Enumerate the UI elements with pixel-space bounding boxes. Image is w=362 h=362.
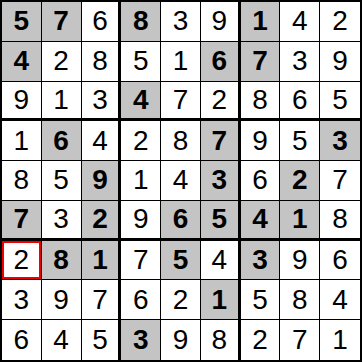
cell-r2c2[interactable]: 2 bbox=[42, 42, 82, 82]
cell-r6c9[interactable]: 8 bbox=[320, 201, 360, 241]
cell-r6c3[interactable]: 2 bbox=[82, 201, 122, 241]
cell-r6c1[interactable]: 7 bbox=[2, 201, 42, 241]
cell-r9c7[interactable]: 2 bbox=[241, 320, 281, 360]
cell-r2c3[interactable]: 8 bbox=[82, 42, 122, 82]
cell-r2c5[interactable]: 1 bbox=[161, 42, 201, 82]
cell-r4c4[interactable]: 2 bbox=[121, 121, 161, 161]
cell-r1c7[interactable]: 1 bbox=[241, 2, 281, 42]
cell-r8c1[interactable]: 3 bbox=[2, 280, 42, 320]
cell-r5c2[interactable]: 5 bbox=[42, 161, 82, 201]
cell-r6c7[interactable]: 4 bbox=[241, 201, 281, 241]
cell-r3c8[interactable]: 6 bbox=[280, 82, 320, 122]
cell-r3c1[interactable]: 9 bbox=[2, 82, 42, 122]
cell-r1c3[interactable]: 6 bbox=[82, 2, 122, 42]
cell-r5c3[interactable]: 9 bbox=[82, 161, 122, 201]
cell-r8c3[interactable]: 7 bbox=[82, 280, 122, 320]
cell-r1c6[interactable]: 9 bbox=[201, 2, 241, 42]
cell-r2c4[interactable]: 5 bbox=[121, 42, 161, 82]
cell-r4c6[interactable]: 7 bbox=[201, 121, 241, 161]
cell-r9c5[interactable]: 9 bbox=[161, 320, 201, 360]
cell-r6c6[interactable]: 5 bbox=[201, 201, 241, 241]
cell-r7c2[interactable]: 8 bbox=[42, 241, 82, 281]
cell-r7c7[interactable]: 3 bbox=[241, 241, 281, 281]
cell-r9c9[interactable]: 1 bbox=[320, 320, 360, 360]
cell-r9c4[interactable]: 3 bbox=[121, 320, 161, 360]
cell-r4c9[interactable]: 3 bbox=[320, 121, 360, 161]
cell-r8c4[interactable]: 6 bbox=[121, 280, 161, 320]
cell-r4c5[interactable]: 8 bbox=[161, 121, 201, 161]
cell-r3c4[interactable]: 4 bbox=[121, 82, 161, 122]
cell-r8c8[interactable]: 8 bbox=[280, 280, 320, 320]
cell-r4c7[interactable]: 9 bbox=[241, 121, 281, 161]
cell-r2c6[interactable]: 6 bbox=[201, 42, 241, 82]
cell-r4c8[interactable]: 5 bbox=[280, 121, 320, 161]
cell-r4c2[interactable]: 6 bbox=[42, 121, 82, 161]
cell-r1c8[interactable]: 4 bbox=[280, 2, 320, 42]
cell-r2c1[interactable]: 4 bbox=[2, 42, 42, 82]
cell-r6c5[interactable]: 6 bbox=[161, 201, 201, 241]
cell-r6c8[interactable]: 1 bbox=[280, 201, 320, 241]
cell-r7c9[interactable]: 6 bbox=[320, 241, 360, 281]
cell-r8c7[interactable]: 5 bbox=[241, 280, 281, 320]
cell-r5c5[interactable]: 4 bbox=[161, 161, 201, 201]
cell-r7c6[interactable]: 4 bbox=[201, 241, 241, 281]
cell-r1c1[interactable]: 5 bbox=[2, 2, 42, 42]
cell-r3c7[interactable]: 8 bbox=[241, 82, 281, 122]
cell-r9c6[interactable]: 8 bbox=[201, 320, 241, 360]
cell-r2c7[interactable]: 7 bbox=[241, 42, 281, 82]
cell-r5c8[interactable]: 2 bbox=[280, 161, 320, 201]
cell-r3c6[interactable]: 2 bbox=[201, 82, 241, 122]
cell-r1c4[interactable]: 8 bbox=[121, 2, 161, 42]
cell-r7c5[interactable]: 5 bbox=[161, 241, 201, 281]
cell-r2c8[interactable]: 3 bbox=[280, 42, 320, 82]
cell-r8c6[interactable]: 1 bbox=[201, 280, 241, 320]
cell-r4c3[interactable]: 4 bbox=[82, 121, 122, 161]
cell-r5c1[interactable]: 8 bbox=[2, 161, 42, 201]
cell-r5c4[interactable]: 1 bbox=[121, 161, 161, 201]
cell-r6c4[interactable]: 9 bbox=[121, 201, 161, 241]
cell-r3c2[interactable]: 1 bbox=[42, 82, 82, 122]
cell-r2c9[interactable]: 9 bbox=[320, 42, 360, 82]
cell-r5c7[interactable]: 6 bbox=[241, 161, 281, 201]
cell-r7c4[interactable]: 7 bbox=[121, 241, 161, 281]
cell-r8c2[interactable]: 9 bbox=[42, 280, 82, 320]
cell-r3c9[interactable]: 5 bbox=[320, 82, 360, 122]
cell-r9c1[interactable]: 6 bbox=[2, 320, 42, 360]
cell-r4c1[interactable]: 1 bbox=[2, 121, 42, 161]
cell-r1c2[interactable]: 7 bbox=[42, 2, 82, 42]
cell-r7c3[interactable]: 1 bbox=[82, 241, 122, 281]
cell-r8c9[interactable]: 4 bbox=[320, 280, 360, 320]
cell-r8c5[interactable]: 2 bbox=[161, 280, 201, 320]
cell-r9c3[interactable]: 5 bbox=[82, 320, 122, 360]
cell-r5c6[interactable]: 3 bbox=[201, 161, 241, 201]
cell-r3c3[interactable]: 3 bbox=[82, 82, 122, 122]
cell-r7c8[interactable]: 9 bbox=[280, 241, 320, 281]
cell-r9c8[interactable]: 7 bbox=[280, 320, 320, 360]
sudoku-board: 5768391424285167399134728651642879538591… bbox=[0, 0, 362, 362]
cell-r1c5[interactable]: 3 bbox=[161, 2, 201, 42]
cell-r6c2[interactable]: 3 bbox=[42, 201, 82, 241]
cell-r5c9[interactable]: 7 bbox=[320, 161, 360, 201]
cell-r1c9[interactable]: 2 bbox=[320, 2, 360, 42]
cell-r7c1[interactable]: 2 bbox=[2, 241, 42, 281]
cell-r9c2[interactable]: 4 bbox=[42, 320, 82, 360]
cell-r3c5[interactable]: 7 bbox=[161, 82, 201, 122]
